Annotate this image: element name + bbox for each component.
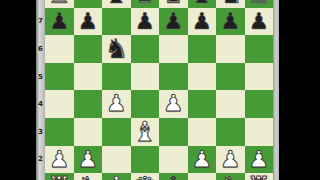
square-h8[interactable]: ♜ bbox=[245, 0, 274, 8]
piece-white-knight[interactable]: ♞ bbox=[218, 173, 242, 180]
piece-black-pawn[interactable]: ♟ bbox=[248, 8, 269, 36]
piece-white-bishop[interactable]: ♝ bbox=[133, 118, 157, 146]
piece-black-bishop[interactable]: ♝ bbox=[190, 0, 214, 8]
square-g5[interactable] bbox=[216, 63, 245, 91]
piece-black-queen[interactable]: ♛ bbox=[133, 0, 157, 8]
square-b2[interactable]: ♟ bbox=[74, 146, 103, 174]
piece-black-knight[interactable]: ♞ bbox=[104, 35, 128, 63]
piece-black-pawn[interactable]: ♟ bbox=[134, 8, 155, 36]
piece-white-king[interactable]: ♚ bbox=[161, 173, 185, 180]
square-a8[interactable]: ♜ bbox=[45, 0, 74, 8]
square-c4[interactable]: ♟ bbox=[102, 90, 131, 118]
square-f1[interactable] bbox=[188, 173, 217, 180]
square-d4[interactable] bbox=[131, 90, 160, 118]
square-h1[interactable]: ♜ bbox=[245, 173, 274, 180]
square-g1[interactable]: ♞ bbox=[216, 173, 245, 180]
square-g3[interactable] bbox=[216, 118, 245, 146]
rank-label-5: 5 bbox=[36, 73, 45, 80]
chess-board[interactable]: ♜♝♛♚♝♞♜♟♟♟♟♟♟♟♞♟♟♝♟♟♟♟♟♜♞♝♛♚♞♜ bbox=[45, 0, 273, 180]
square-e4[interactable]: ♟ bbox=[159, 90, 188, 118]
square-h4[interactable] bbox=[245, 90, 274, 118]
square-g7[interactable]: ♟ bbox=[216, 8, 245, 36]
piece-white-pawn[interactable]: ♟ bbox=[49, 146, 70, 174]
square-c5[interactable] bbox=[102, 63, 131, 91]
square-e3[interactable] bbox=[159, 118, 188, 146]
piece-black-rook[interactable]: ♜ bbox=[247, 0, 271, 8]
piece-black-pawn[interactable]: ♟ bbox=[77, 8, 98, 36]
board-right-edge bbox=[273, 0, 279, 180]
square-a3[interactable] bbox=[45, 118, 74, 146]
rank-label-strip: 87654321 bbox=[36, 0, 45, 180]
square-c1[interactable]: ♝ bbox=[102, 173, 131, 180]
square-h7[interactable]: ♟ bbox=[245, 8, 274, 36]
square-h5[interactable] bbox=[245, 63, 274, 91]
square-c2[interactable] bbox=[102, 146, 131, 174]
square-f8[interactable]: ♝ bbox=[188, 0, 217, 8]
square-b6[interactable] bbox=[74, 35, 103, 63]
square-a6[interactable] bbox=[45, 35, 74, 63]
square-f3[interactable] bbox=[188, 118, 217, 146]
letterbox-background: 87654321 ♜♝♛♚♝♞♜♟♟♟♟♟♟♟♞♟♟♝♟♟♟♟♟♜♞♝♛♚♞♜ bbox=[0, 0, 320, 180]
rank-label-4: 4 bbox=[36, 101, 45, 108]
square-d6[interactable] bbox=[131, 35, 160, 63]
square-d1[interactable]: ♛ bbox=[131, 173, 160, 180]
piece-black-pawn[interactable]: ♟ bbox=[49, 8, 70, 36]
square-a7[interactable]: ♟ bbox=[45, 8, 74, 36]
square-h2[interactable]: ♟ bbox=[245, 146, 274, 174]
piece-black-pawn[interactable]: ♟ bbox=[220, 8, 241, 36]
square-a2[interactable]: ♟ bbox=[45, 146, 74, 174]
rank-label-7: 7 bbox=[36, 18, 45, 25]
square-d5[interactable] bbox=[131, 63, 160, 91]
square-c3[interactable] bbox=[102, 118, 131, 146]
square-b5[interactable] bbox=[74, 63, 103, 91]
square-g2[interactable]: ♟ bbox=[216, 146, 245, 174]
square-e7[interactable]: ♟ bbox=[159, 8, 188, 36]
square-b7[interactable]: ♟ bbox=[74, 8, 103, 36]
rank-label-3: 3 bbox=[36, 128, 45, 135]
square-b1[interactable]: ♞ bbox=[74, 173, 103, 180]
square-f6[interactable] bbox=[188, 35, 217, 63]
square-d2[interactable] bbox=[131, 146, 160, 174]
square-f7[interactable]: ♟ bbox=[188, 8, 217, 36]
square-b8[interactable] bbox=[74, 0, 103, 8]
piece-black-bishop[interactable]: ♝ bbox=[104, 0, 128, 8]
square-d7[interactable]: ♟ bbox=[131, 8, 160, 36]
square-f4[interactable] bbox=[188, 90, 217, 118]
piece-black-knight[interactable]: ♞ bbox=[218, 0, 242, 8]
rank-label-2: 2 bbox=[36, 156, 45, 163]
square-c8[interactable]: ♝ bbox=[102, 0, 131, 8]
piece-white-bishop[interactable]: ♝ bbox=[104, 173, 128, 180]
piece-white-rook[interactable]: ♜ bbox=[247, 173, 271, 180]
rank-label-6: 6 bbox=[36, 46, 45, 53]
square-g6[interactable] bbox=[216, 35, 245, 63]
square-a1[interactable]: ♜ bbox=[45, 173, 74, 180]
piece-black-pawn[interactable]: ♟ bbox=[191, 8, 212, 36]
piece-white-queen[interactable]: ♛ bbox=[133, 173, 157, 180]
square-c6[interactable]: ♞ bbox=[102, 35, 131, 63]
piece-white-pawn[interactable]: ♟ bbox=[106, 90, 127, 118]
piece-white-pawn[interactable]: ♟ bbox=[248, 146, 269, 174]
piece-black-rook[interactable]: ♜ bbox=[47, 0, 71, 8]
square-e1[interactable]: ♚ bbox=[159, 173, 188, 180]
piece-white-pawn[interactable]: ♟ bbox=[163, 90, 184, 118]
square-b3[interactable] bbox=[74, 118, 103, 146]
square-c7[interactable] bbox=[102, 8, 131, 36]
square-h3[interactable] bbox=[245, 118, 274, 146]
square-g8[interactable]: ♞ bbox=[216, 0, 245, 8]
square-a4[interactable] bbox=[45, 90, 74, 118]
square-d3[interactable]: ♝ bbox=[131, 118, 160, 146]
square-f5[interactable] bbox=[188, 63, 217, 91]
piece-black-pawn[interactable]: ♟ bbox=[163, 8, 184, 36]
square-g4[interactable] bbox=[216, 90, 245, 118]
piece-white-pawn[interactable]: ♟ bbox=[220, 146, 241, 174]
square-b4[interactable] bbox=[74, 90, 103, 118]
square-e2[interactable] bbox=[159, 146, 188, 174]
square-e6[interactable] bbox=[159, 35, 188, 63]
piece-white-knight[interactable]: ♞ bbox=[76, 173, 100, 180]
square-f2[interactable]: ♟ bbox=[188, 146, 217, 174]
square-a5[interactable] bbox=[45, 63, 74, 91]
piece-white-pawn[interactable]: ♟ bbox=[191, 146, 212, 174]
piece-black-king[interactable]: ♚ bbox=[161, 0, 185, 8]
piece-white-rook[interactable]: ♜ bbox=[47, 173, 71, 180]
piece-white-pawn[interactable]: ♟ bbox=[77, 146, 98, 174]
square-e8[interactable]: ♚ bbox=[159, 0, 188, 8]
square-e5[interactable] bbox=[159, 63, 188, 91]
square-h6[interactable] bbox=[245, 35, 274, 63]
square-d8[interactable]: ♛ bbox=[131, 0, 160, 8]
